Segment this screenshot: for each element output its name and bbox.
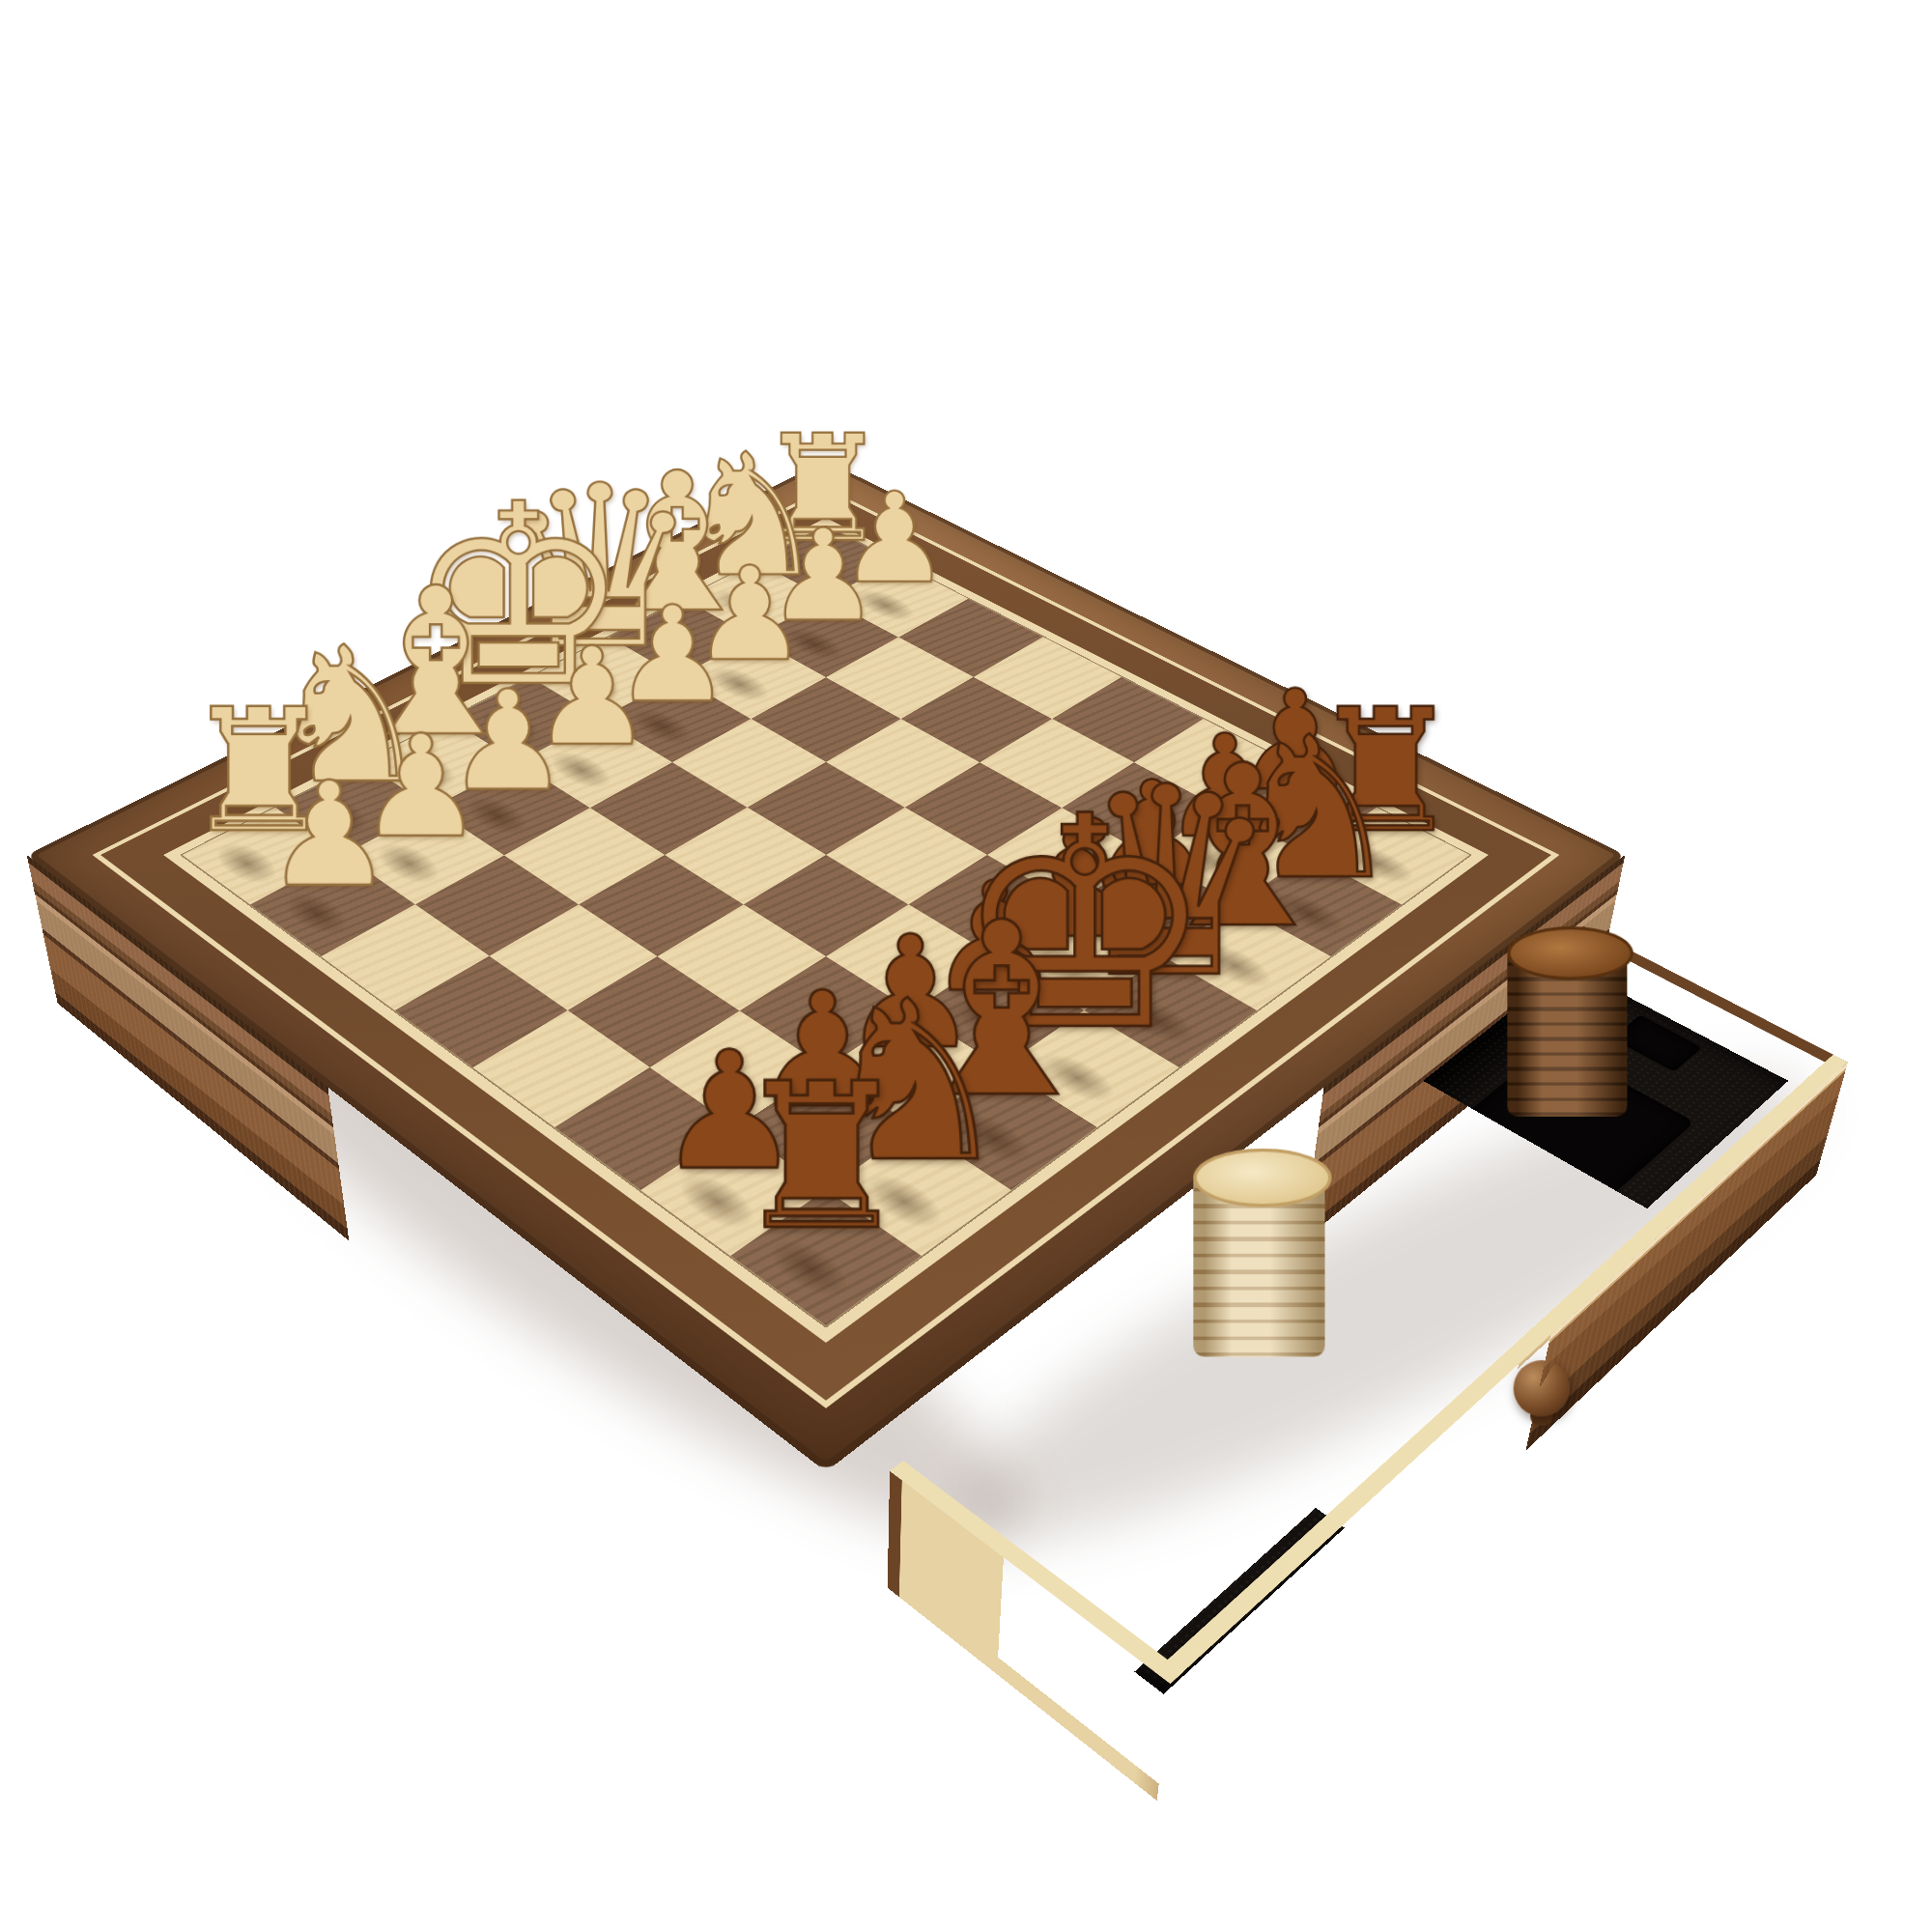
light-checker-top-disc — [1193, 1149, 1331, 1207]
dark-checkers-stack[interactable] — [1503, 926, 1632, 1129]
dark-checker-top-disc — [1507, 926, 1633, 980]
black-rook[interactable]: ♜ — [731, 1058, 912, 1260]
light-checkers-stack[interactable] — [1189, 1149, 1330, 1371]
product-photo-canvas: ♜♟♟♜♞♟♟♞♝♟♟♝♛♟♟♛♚♟♟♚♝♟♟♝♞♟♟♞♜♟♟♜ — [0, 0, 1932, 1932]
white-pawn[interactable]: ♟ — [265, 762, 394, 906]
chess-box-set: ♜♟♟♜♞♟♟♞♝♟♟♝♛♟♟♛♚♟♟♚♝♟♟♝♞♟♟♞♜♟♟♜ — [27, 461, 1626, 1472]
